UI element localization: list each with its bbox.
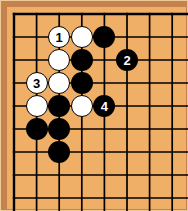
go-diagram: 1234	[0, 0, 188, 211]
black-stone	[26, 118, 48, 140]
white-stone	[71, 95, 93, 117]
move-number: 4	[101, 99, 108, 112]
move-number: 2	[123, 53, 130, 66]
white-stone-move-3: 3	[26, 72, 48, 94]
move-number: 1	[56, 30, 63, 43]
white-stone	[71, 26, 93, 48]
white-stone	[26, 95, 48, 117]
black-stone-move-2: 2	[116, 49, 138, 71]
black-stone	[71, 49, 93, 71]
move-number: 3	[33, 76, 40, 89]
black-stone	[71, 72, 93, 94]
